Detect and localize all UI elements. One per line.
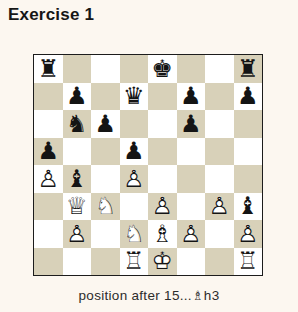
square-f8 [177,55,206,83]
square-f4 [177,165,206,193]
square-c1 [91,248,120,276]
square-f5 [177,138,206,166]
square-b2: ♟♙ [63,220,92,248]
square-a3 [34,193,63,221]
square-f3 [177,193,206,221]
square-d4: ♟♙ [120,165,149,193]
white-king-e1: ♚♔ [148,248,177,276]
caption-prefix: position after 15... [79,288,192,303]
board-grid: ♜♚♜♟♛♟♟♞♟♟♟♟♟♙♝♟♙♛♕♞♘♟♙♟♙♝♟♙♞♘♝♗♟♙♟♙♜♖♚♔… [34,55,262,275]
square-g6 [205,110,234,138]
black-pawn-c6: ♟ [91,110,120,138]
square-a8: ♜ [34,55,63,83]
square-b6: ♞ [63,110,92,138]
square-g8 [205,55,234,83]
square-f6: ♟ [177,110,206,138]
square-a2 [34,220,63,248]
chess-board: ♜♚♜♟♛♟♟♞♟♟♟♟♟♙♝♟♙♛♕♞♘♟♙♟♙♝♟♙♞♘♝♗♟♙♟♙♜♖♚♔… [33,54,263,276]
white-pawn-b2: ♟♙ [63,220,92,248]
page-title: Exercise 1 [8,5,94,25]
black-queen-d7: ♛ [120,83,149,111]
square-c3: ♞♘ [91,193,120,221]
square-f1 [177,248,206,276]
black-knight-b6: ♞ [63,110,92,138]
black-rook-a8: ♜ [34,55,63,83]
square-d8 [120,55,149,83]
square-g5 [205,138,234,166]
caption-square: h3 [204,288,220,303]
square-b5 [63,138,92,166]
square-c6: ♟ [91,110,120,138]
square-e8: ♚ [148,55,177,83]
square-g4 [205,165,234,193]
square-h8: ♜ [234,55,263,83]
square-d5: ♟ [120,138,149,166]
square-e7 [148,83,177,111]
white-pawn-d4: ♟♙ [120,165,149,193]
square-h2: ♟♙ [234,220,263,248]
square-b3: ♛♕ [63,193,92,221]
square-a4: ♟♙ [34,165,63,193]
black-bishop-h3: ♝ [234,193,263,221]
square-e5 [148,138,177,166]
square-a5: ♟ [34,138,63,166]
square-a6 [34,110,63,138]
white-knight-d2: ♞♘ [120,220,149,248]
square-h5 [234,138,263,166]
black-king-e8: ♚ [148,55,177,83]
square-b8 [63,55,92,83]
white-bishop-e2: ♝♗ [148,220,177,248]
square-g3: ♟♙ [205,193,234,221]
square-h3: ♝ [234,193,263,221]
white-pawn-e3: ♟♙ [148,193,177,221]
square-h7: ♟ [234,83,263,111]
square-a1 [34,248,63,276]
square-e2: ♝♗ [148,220,177,248]
square-e4 [148,165,177,193]
square-a7 [34,83,63,111]
square-b4: ♝ [63,165,92,193]
black-pawn-f6: ♟ [177,110,206,138]
square-f7: ♟ [177,83,206,111]
square-d7: ♛ [120,83,149,111]
square-e1: ♚♔ [148,248,177,276]
black-pawn-h7: ♟ [234,83,263,111]
white-rook-h1: ♜♖ [234,248,263,276]
board-caption: position after 15...♗h3 [0,288,298,303]
white-pawn-h2: ♟♙ [234,220,263,248]
white-pawn-g3: ♟♙ [205,193,234,221]
square-d1: ♜♖ [120,248,149,276]
square-f2: ♟♙ [177,220,206,248]
black-pawn-a5: ♟ [34,138,63,166]
white-pawn-f2: ♟♙ [177,220,206,248]
square-e6 [148,110,177,138]
square-h4 [234,165,263,193]
white-queen-b3: ♛♕ [63,193,92,221]
black-bishop-b4: ♝ [63,165,92,193]
square-d6 [120,110,149,138]
white-knight-c3: ♞♘ [91,193,120,221]
square-c8 [91,55,120,83]
bishop-figurine-icon: ♗ [192,288,204,303]
black-pawn-d5: ♟ [120,138,149,166]
square-h1: ♜♖ [234,248,263,276]
square-d3 [120,193,149,221]
square-c7 [91,83,120,111]
square-c5 [91,138,120,166]
white-rook-d1: ♜♖ [120,248,149,276]
square-g2 [205,220,234,248]
black-pawn-b7: ♟ [63,83,92,111]
square-e3: ♟♙ [148,193,177,221]
square-d2: ♞♘ [120,220,149,248]
square-g1 [205,248,234,276]
black-pawn-f7: ♟ [177,83,206,111]
square-c4 [91,165,120,193]
square-b7: ♟ [63,83,92,111]
square-g7 [205,83,234,111]
white-pawn-a4: ♟♙ [34,165,63,193]
square-c2 [91,220,120,248]
square-h6 [234,110,263,138]
black-rook-h8: ♜ [234,55,263,83]
square-b1 [63,248,92,276]
